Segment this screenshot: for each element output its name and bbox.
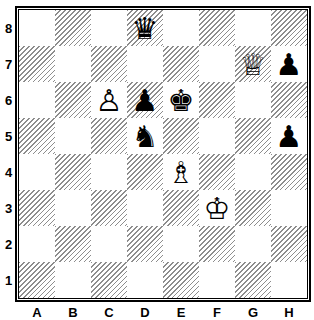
square-a8[interactable] <box>19 10 55 46</box>
square-e3[interactable] <box>163 190 199 226</box>
square-b5[interactable] <box>55 118 91 154</box>
rank-label-6: 6 <box>2 82 15 118</box>
square-d3[interactable] <box>127 190 163 226</box>
square-a1[interactable] <box>19 262 55 298</box>
square-f2[interactable] <box>199 226 235 262</box>
black-pawn-piece: ♟ <box>271 46 307 82</box>
black-pawn-piece: ♟ <box>271 118 307 154</box>
square-h4[interactable] <box>271 154 307 190</box>
black-knight-piece: ♞ <box>127 118 163 154</box>
white-king-piece: ♔ <box>199 190 235 226</box>
square-f6[interactable] <box>199 82 235 118</box>
square-e5[interactable] <box>163 118 199 154</box>
square-b4[interactable] <box>55 154 91 190</box>
square-e4[interactable]: ♗ <box>163 154 199 190</box>
rank-label-7: 7 <box>2 46 15 82</box>
square-b3[interactable] <box>55 190 91 226</box>
black-king-piece: ♚ <box>163 82 199 118</box>
square-d8[interactable]: ♛ <box>127 10 163 46</box>
square-c6[interactable]: ♙ <box>91 82 127 118</box>
square-c8[interactable] <box>91 10 127 46</box>
square-d7[interactable] <box>127 46 163 82</box>
square-h3[interactable] <box>271 190 307 226</box>
square-c5[interactable] <box>91 118 127 154</box>
square-d6[interactable]: ♟ <box>127 82 163 118</box>
file-label-a: A <box>19 305 55 320</box>
square-f1[interactable] <box>199 262 235 298</box>
square-g7[interactable]: ♕ <box>235 46 271 82</box>
square-a7[interactable] <box>19 46 55 82</box>
file-label-e: E <box>163 305 199 320</box>
square-a6[interactable] <box>19 82 55 118</box>
black-pawn-piece: ♟ <box>127 82 163 118</box>
square-d2[interactable] <box>127 226 163 262</box>
square-h8[interactable] <box>271 10 307 46</box>
white-pawn-piece: ♙ <box>91 82 127 118</box>
square-d4[interactable] <box>127 154 163 190</box>
square-b6[interactable] <box>55 82 91 118</box>
white-bishop-piece: ♗ <box>163 154 199 190</box>
square-c2[interactable] <box>91 226 127 262</box>
square-d1[interactable] <box>127 262 163 298</box>
square-g2[interactable] <box>235 226 271 262</box>
square-a5[interactable] <box>19 118 55 154</box>
chess-diagram: 87654321 ♛♕♟♙♟♚♞♟♗♔ ABCDEFGH <box>0 0 314 320</box>
square-c3[interactable] <box>91 190 127 226</box>
square-b8[interactable] <box>55 10 91 46</box>
square-b7[interactable] <box>55 46 91 82</box>
square-a4[interactable] <box>19 154 55 190</box>
file-label-g: G <box>235 305 271 320</box>
file-labels: ABCDEFGH <box>19 305 314 320</box>
square-c4[interactable] <box>91 154 127 190</box>
square-g6[interactable] <box>235 82 271 118</box>
square-e7[interactable] <box>163 46 199 82</box>
rank-labels: 87654321 <box>2 10 15 298</box>
square-c7[interactable] <box>91 46 127 82</box>
square-g4[interactable] <box>235 154 271 190</box>
square-h1[interactable] <box>271 262 307 298</box>
file-label-h: H <box>271 305 307 320</box>
square-f4[interactable] <box>199 154 235 190</box>
square-h5[interactable]: ♟ <box>271 118 307 154</box>
square-f5[interactable] <box>199 118 235 154</box>
file-label-f: F <box>199 305 235 320</box>
rank-label-3: 3 <box>2 190 15 226</box>
rank-label-4: 4 <box>2 154 15 190</box>
rank-label-5: 5 <box>2 118 15 154</box>
rank-label-8: 8 <box>2 10 15 46</box>
square-e8[interactable] <box>163 10 199 46</box>
square-g3[interactable] <box>235 190 271 226</box>
rank-label-2: 2 <box>2 226 15 262</box>
square-b1[interactable] <box>55 262 91 298</box>
file-label-c: C <box>91 305 127 320</box>
square-h7[interactable]: ♟ <box>271 46 307 82</box>
square-e2[interactable] <box>163 226 199 262</box>
square-a3[interactable] <box>19 190 55 226</box>
square-e6[interactable]: ♚ <box>163 82 199 118</box>
square-c1[interactable] <box>91 262 127 298</box>
square-g5[interactable] <box>235 118 271 154</box>
file-label-d: D <box>127 305 163 320</box>
rank-label-1: 1 <box>2 262 15 298</box>
square-g1[interactable] <box>235 262 271 298</box>
white-queen-piece: ♕ <box>235 46 271 82</box>
file-label-b: B <box>55 305 91 320</box>
square-f3[interactable]: ♔ <box>199 190 235 226</box>
chess-board: ♛♕♟♙♟♚♞♟♗♔ <box>18 9 308 299</box>
square-d5[interactable]: ♞ <box>127 118 163 154</box>
square-h2[interactable] <box>271 226 307 262</box>
square-f7[interactable] <box>199 46 235 82</box>
square-b2[interactable] <box>55 226 91 262</box>
board-frame: ♛♕♟♙♟♚♞♟♗♔ <box>15 6 311 302</box>
square-h6[interactable] <box>271 82 307 118</box>
square-e1[interactable] <box>163 262 199 298</box>
board-and-rank-labels: 87654321 ♛♕♟♙♟♚♞♟♗♔ <box>2 6 314 302</box>
square-f8[interactable] <box>199 10 235 46</box>
square-g8[interactable] <box>235 10 271 46</box>
square-a2[interactable] <box>19 226 55 262</box>
black-queen-piece: ♛ <box>127 10 163 46</box>
